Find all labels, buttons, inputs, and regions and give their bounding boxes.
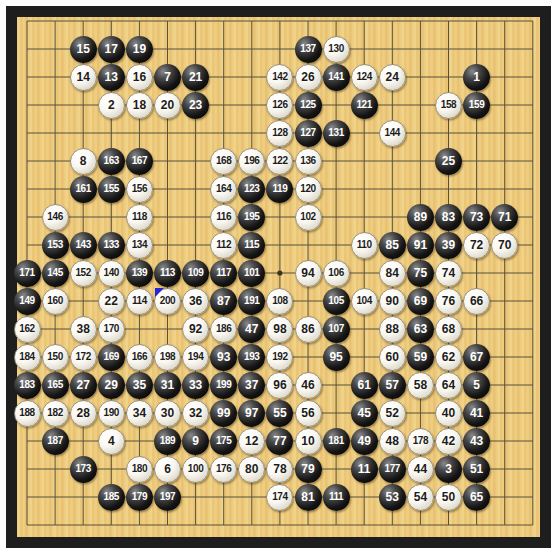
move-number: 183 <box>19 380 35 390</box>
move-number: 168 <box>216 156 232 166</box>
move-number: 107 <box>328 324 344 334</box>
stone-white-84: 84 <box>379 260 406 287</box>
move-number: 85 <box>386 239 399 251</box>
move-number: 112 <box>216 240 231 250</box>
move-number: 25 <box>442 155 455 167</box>
stone-black-115: 115 <box>238 232 265 259</box>
stone-black-9: 9 <box>182 428 209 455</box>
move-number: 137 <box>300 44 316 54</box>
move-number: 56 <box>301 407 314 419</box>
stone-white-168: 168 <box>210 148 237 175</box>
move-number: 94 <box>301 267 314 279</box>
move-number: 126 <box>272 100 288 110</box>
move-number: 18 <box>133 99 146 111</box>
stone-white-174: 174 <box>266 484 293 511</box>
move-number: 60 <box>386 351 399 363</box>
move-number: 88 <box>386 323 399 335</box>
stone-white-186: 186 <box>210 316 237 343</box>
stone-white-26: 26 <box>295 64 322 91</box>
move-number: 171 <box>19 268 35 278</box>
move-number: 127 <box>300 128 316 138</box>
move-number: 45 <box>358 407 371 419</box>
move-number: 27 <box>77 379 90 391</box>
move-number: 165 <box>47 380 63 390</box>
move-number: 58 <box>414 379 427 391</box>
move-number: 11 <box>358 463 371 475</box>
move-number: 62 <box>442 351 455 363</box>
stone-black-5: 5 <box>463 372 490 399</box>
stone-white-48: 48 <box>379 428 406 455</box>
stone-black-161: 161 <box>70 176 97 203</box>
move-number: 14 <box>77 71 90 83</box>
move-number: 79 <box>301 463 314 475</box>
move-number: 69 <box>414 295 427 307</box>
move-number: 105 <box>328 296 344 306</box>
stone-white-96: 96 <box>266 372 293 399</box>
move-number: 161 <box>75 184 91 194</box>
stone-white-158: 158 <box>435 92 462 119</box>
stone-white-76: 76 <box>435 288 462 315</box>
stone-white-118: 118 <box>126 204 153 231</box>
stone-black-13: 13 <box>98 64 125 91</box>
stone-white-120: 120 <box>295 176 322 203</box>
stone-black-171: 171 <box>14 260 41 287</box>
move-number: 158 <box>441 100 457 110</box>
stone-white-116: 116 <box>210 204 237 231</box>
move-number: 44 <box>414 463 427 475</box>
move-number: 70 <box>498 239 511 251</box>
move-number: 110 <box>357 240 372 250</box>
stone-white-6: 6 <box>154 456 181 483</box>
move-number: 55 <box>273 407 286 419</box>
move-number: 30 <box>161 407 174 419</box>
stone-black-27: 27 <box>70 372 97 399</box>
move-number: 98 <box>273 323 286 335</box>
stone-black-7: 7 <box>154 64 181 91</box>
move-number: 28 <box>77 407 90 419</box>
move-number: 149 <box>19 296 35 306</box>
stone-black-85: 85 <box>379 232 406 259</box>
stone-white-130: 130 <box>323 36 350 63</box>
stone-black-187: 187 <box>42 428 69 455</box>
move-number: 33 <box>189 379 202 391</box>
move-number: 21 <box>189 71 202 83</box>
move-number: 120 <box>300 184 316 194</box>
move-number: 143 <box>75 240 91 250</box>
stone-black-3: 3 <box>435 456 462 483</box>
stone-white-32: 32 <box>182 400 209 427</box>
stone-white-142: 142 <box>266 64 293 91</box>
move-number: 61 <box>358 379 371 391</box>
stone-black-67: 67 <box>463 344 490 371</box>
stone-black-87: 87 <box>210 288 237 315</box>
move-number: 3 <box>445 463 452 475</box>
move-number: 4 <box>108 435 115 447</box>
stone-white-110: 110 <box>351 232 378 259</box>
move-number: 67 <box>470 351 483 363</box>
stone-black-11: 11 <box>351 456 378 483</box>
move-number: 7 <box>164 71 171 83</box>
stone-white-80: 80 <box>238 456 265 483</box>
stone-white-122: 122 <box>266 148 293 175</box>
move-number: 115 <box>244 240 259 250</box>
stone-black-173: 173 <box>70 456 97 483</box>
move-number: 119 <box>272 184 287 194</box>
move-number: 5 <box>473 379 480 391</box>
move-number: 179 <box>132 492 148 502</box>
stone-black-29: 29 <box>98 372 125 399</box>
stone-black-177: 177 <box>379 456 406 483</box>
move-number: 192 <box>272 352 288 362</box>
move-number: 91 <box>414 239 427 251</box>
move-number: 48 <box>386 435 399 447</box>
stone-white-42: 42 <box>435 428 462 455</box>
stone-white-78: 78 <box>266 456 293 483</box>
move-number: 19 <box>133 43 146 55</box>
move-number: 136 <box>300 156 316 166</box>
stone-black-143: 143 <box>70 232 97 259</box>
stone-white-50: 50 <box>435 484 462 511</box>
stone-white-172: 172 <box>70 344 97 371</box>
stone-black-81: 81 <box>295 484 322 511</box>
move-number: 10 <box>301 435 314 447</box>
stone-white-22: 22 <box>98 288 125 315</box>
stone-black-55: 55 <box>266 400 293 427</box>
stone-white-40: 40 <box>435 400 462 427</box>
stone-black-97: 97 <box>238 400 265 427</box>
stone-white-34: 34 <box>126 400 153 427</box>
stone-black-83: 83 <box>435 204 462 231</box>
move-number: 97 <box>245 407 258 419</box>
stone-black-149: 149 <box>14 288 41 315</box>
move-number: 173 <box>75 464 91 474</box>
stone-white-150: 150 <box>42 344 69 371</box>
move-number: 130 <box>328 44 344 54</box>
stone-black-25: 25 <box>435 148 462 175</box>
stone-white-144: 144 <box>379 120 406 147</box>
move-number: 75 <box>414 267 427 279</box>
go-diagram-screenshot: 1517191371301413167211422614112424121820… <box>0 0 557 554</box>
stone-black-95: 95 <box>323 344 350 371</box>
stone-white-58: 58 <box>407 372 434 399</box>
move-number: 150 <box>47 352 63 362</box>
move-number: 118 <box>132 212 147 222</box>
stone-black-15: 15 <box>70 36 97 63</box>
stone-white-90: 90 <box>379 288 406 315</box>
move-number: 190 <box>104 408 120 418</box>
move-number: 76 <box>442 295 455 307</box>
move-number: 6 <box>164 463 171 475</box>
stone-black-145: 145 <box>42 260 69 287</box>
move-number: 32 <box>189 407 202 419</box>
stone-black-101: 101 <box>238 260 265 287</box>
move-number: 125 <box>300 100 316 110</box>
move-number: 113 <box>160 268 175 278</box>
stone-white-4: 4 <box>98 428 125 455</box>
move-number: 156 <box>132 184 148 194</box>
stone-white-200: 200 <box>154 288 181 315</box>
stone-white-194: 194 <box>182 344 209 371</box>
move-number: 26 <box>301 71 314 83</box>
stone-white-18: 18 <box>126 92 153 119</box>
move-number: 38 <box>77 323 90 335</box>
stone-white-38: 38 <box>70 316 97 343</box>
move-number: 109 <box>188 268 204 278</box>
move-number: 36 <box>189 295 202 307</box>
move-number: 52 <box>386 407 399 419</box>
move-number: 73 <box>470 211 483 223</box>
move-number: 114 <box>132 296 147 306</box>
stone-white-86: 86 <box>295 316 322 343</box>
stone-white-170: 170 <box>98 316 125 343</box>
move-number: 24 <box>386 71 399 83</box>
stone-white-136: 136 <box>295 148 322 175</box>
hoshi-point <box>277 270 282 275</box>
stone-white-112: 112 <box>210 232 237 259</box>
move-number: 193 <box>244 352 260 362</box>
move-number: 102 <box>300 212 316 222</box>
stone-black-93: 93 <box>210 344 237 371</box>
stone-black-127: 127 <box>295 120 322 147</box>
stone-white-44: 44 <box>407 456 434 483</box>
move-number: 72 <box>470 239 483 251</box>
move-number: 142 <box>272 72 288 82</box>
move-number: 1 <box>473 71 480 83</box>
move-number: 166 <box>132 352 148 362</box>
move-number: 141 <box>328 72 344 82</box>
move-number: 160 <box>47 296 63 306</box>
move-number: 86 <box>301 323 314 335</box>
move-number: 13 <box>105 71 118 83</box>
move-number: 57 <box>386 379 399 391</box>
move-number: 101 <box>244 268 260 278</box>
board-frame: 1517191371301413167211422614112424121820… <box>6 6 551 548</box>
move-number: 2 <box>108 99 115 111</box>
move-number: 16 <box>133 71 146 83</box>
move-number: 159 <box>469 100 485 110</box>
move-number: 176 <box>216 464 232 474</box>
stone-black-131: 131 <box>323 120 350 147</box>
move-number: 200 <box>160 296 176 306</box>
move-number: 123 <box>244 184 260 194</box>
stone-white-28: 28 <box>70 400 97 427</box>
move-number: 65 <box>470 491 483 503</box>
stone-white-164: 164 <box>210 176 237 203</box>
stone-black-141: 141 <box>323 64 350 91</box>
stone-black-181: 181 <box>323 428 350 455</box>
move-number: 170 <box>104 324 120 334</box>
move-number: 182 <box>47 408 63 418</box>
move-number: 172 <box>75 352 91 362</box>
stone-black-183: 183 <box>14 372 41 399</box>
move-number: 41 <box>470 407 483 419</box>
move-number: 66 <box>470 295 483 307</box>
stone-black-167: 167 <box>126 148 153 175</box>
move-number: 40 <box>442 407 455 419</box>
stone-white-178: 178 <box>407 428 434 455</box>
move-number: 90 <box>386 295 399 307</box>
stone-black-79: 79 <box>295 456 322 483</box>
move-number: 54 <box>414 491 427 503</box>
move-number: 146 <box>47 212 63 222</box>
stone-white-74: 74 <box>435 260 462 287</box>
move-number: 191 <box>244 296 260 306</box>
stone-white-108: 108 <box>266 288 293 315</box>
move-number: 155 <box>104 184 120 194</box>
stone-black-121: 121 <box>351 92 378 119</box>
stone-white-182: 182 <box>42 400 69 427</box>
move-number: 42 <box>442 435 455 447</box>
stone-black-113: 113 <box>154 260 181 287</box>
stone-white-180: 180 <box>126 456 153 483</box>
move-number: 17 <box>105 43 118 55</box>
stone-white-152: 152 <box>70 260 97 287</box>
stone-white-166: 166 <box>126 344 153 371</box>
move-number: 22 <box>105 295 118 307</box>
stone-black-197: 197 <box>154 484 181 511</box>
stone-white-88: 88 <box>379 316 406 343</box>
stone-white-184: 184 <box>14 344 41 371</box>
move-number: 68 <box>442 323 455 335</box>
stone-black-47: 47 <box>238 316 265 343</box>
stone-black-53: 53 <box>379 484 406 511</box>
stone-white-72: 72 <box>463 232 490 259</box>
stone-black-51: 51 <box>463 456 490 483</box>
stone-white-36: 36 <box>182 288 209 315</box>
move-number: 93 <box>217 351 230 363</box>
move-number: 64 <box>442 379 455 391</box>
stone-white-12: 12 <box>238 428 265 455</box>
stone-white-188: 188 <box>14 400 41 427</box>
stone-black-191: 191 <box>238 288 265 315</box>
move-number: 169 <box>104 352 120 362</box>
stone-black-189: 189 <box>154 428 181 455</box>
go-board[interactable]: 1517191371301413167211422614112424121820… <box>17 17 540 537</box>
stone-white-100: 100 <box>182 456 209 483</box>
move-number: 99 <box>217 407 230 419</box>
stone-black-153: 153 <box>42 232 69 259</box>
move-number: 177 <box>385 464 401 474</box>
stone-white-196: 196 <box>238 148 265 175</box>
stone-black-77: 77 <box>266 428 293 455</box>
move-number: 117 <box>216 268 231 278</box>
stone-black-99: 99 <box>210 400 237 427</box>
move-number: 181 <box>328 436 344 446</box>
stone-black-59: 59 <box>407 344 434 371</box>
move-number: 194 <box>188 352 204 362</box>
move-number: 15 <box>77 43 90 55</box>
move-number: 34 <box>133 407 146 419</box>
stone-white-68: 68 <box>435 316 462 343</box>
move-number: 51 <box>470 463 483 475</box>
stone-black-45: 45 <box>351 400 378 427</box>
stone-black-159: 159 <box>463 92 490 119</box>
stone-white-92: 92 <box>182 316 209 343</box>
move-number: 31 <box>161 379 174 391</box>
stone-black-195: 195 <box>238 204 265 231</box>
move-number: 100 <box>188 464 204 474</box>
move-number: 9 <box>192 435 199 447</box>
move-number: 185 <box>104 492 120 502</box>
stone-black-119: 119 <box>266 176 293 203</box>
stone-white-20: 20 <box>154 92 181 119</box>
stone-white-128: 128 <box>266 120 293 147</box>
move-number: 180 <box>132 464 148 474</box>
move-number: 78 <box>273 463 286 475</box>
move-number: 81 <box>301 491 314 503</box>
stone-black-61: 61 <box>351 372 378 399</box>
stone-black-111: 111 <box>323 484 350 511</box>
move-number: 106 <box>328 268 344 278</box>
move-number: 80 <box>245 463 258 475</box>
stone-black-105: 105 <box>323 288 350 315</box>
stone-white-8: 8 <box>70 148 97 175</box>
move-number: 53 <box>386 491 399 503</box>
move-number: 197 <box>160 492 176 502</box>
stone-white-162: 162 <box>14 316 41 343</box>
stone-white-156: 156 <box>126 176 153 203</box>
move-number: 196 <box>244 156 260 166</box>
stone-black-155: 155 <box>98 176 125 203</box>
stone-white-46: 46 <box>295 372 322 399</box>
stone-black-185: 185 <box>98 484 125 511</box>
stone-white-14: 14 <box>70 64 97 91</box>
stone-white-66: 66 <box>463 288 490 315</box>
stone-black-123: 123 <box>238 176 265 203</box>
move-number: 111 <box>329 492 343 502</box>
stone-black-109: 109 <box>182 260 209 287</box>
move-number: 128 <box>272 128 288 138</box>
stone-white-104: 104 <box>351 288 378 315</box>
move-number: 59 <box>414 351 427 363</box>
stone-black-63: 63 <box>407 316 434 343</box>
move-number: 104 <box>356 296 372 306</box>
stone-black-91: 91 <box>407 232 434 259</box>
move-number: 116 <box>216 212 231 222</box>
stone-black-193: 193 <box>238 344 265 371</box>
move-number: 153 <box>47 240 63 250</box>
stone-black-133: 133 <box>98 232 125 259</box>
stone-black-31: 31 <box>154 372 181 399</box>
stone-black-89: 89 <box>407 204 434 231</box>
stone-black-73: 73 <box>463 204 490 231</box>
stone-white-134: 134 <box>126 232 153 259</box>
stone-black-117: 117 <box>210 260 237 287</box>
stone-white-192: 192 <box>266 344 293 371</box>
move-number: 133 <box>104 240 120 250</box>
stone-black-49: 49 <box>351 428 378 455</box>
move-number: 199 <box>216 380 232 390</box>
move-number: 23 <box>189 99 202 111</box>
move-number: 37 <box>245 379 258 391</box>
stone-white-62: 62 <box>435 344 462 371</box>
stone-black-125: 125 <box>295 92 322 119</box>
stone-black-71: 71 <box>491 204 518 231</box>
stone-white-94: 94 <box>295 260 322 287</box>
stone-white-64: 64 <box>435 372 462 399</box>
move-number: 39 <box>442 239 455 251</box>
move-number: 8 <box>80 155 87 167</box>
move-number: 174 <box>272 492 288 502</box>
move-number: 49 <box>358 435 371 447</box>
move-number: 96 <box>273 379 286 391</box>
stone-black-179: 179 <box>126 484 153 511</box>
move-number: 134 <box>132 240 148 250</box>
move-number: 47 <box>245 323 258 335</box>
stone-white-30: 30 <box>154 400 181 427</box>
stone-white-160: 160 <box>42 288 69 315</box>
stone-black-165: 165 <box>42 372 69 399</box>
